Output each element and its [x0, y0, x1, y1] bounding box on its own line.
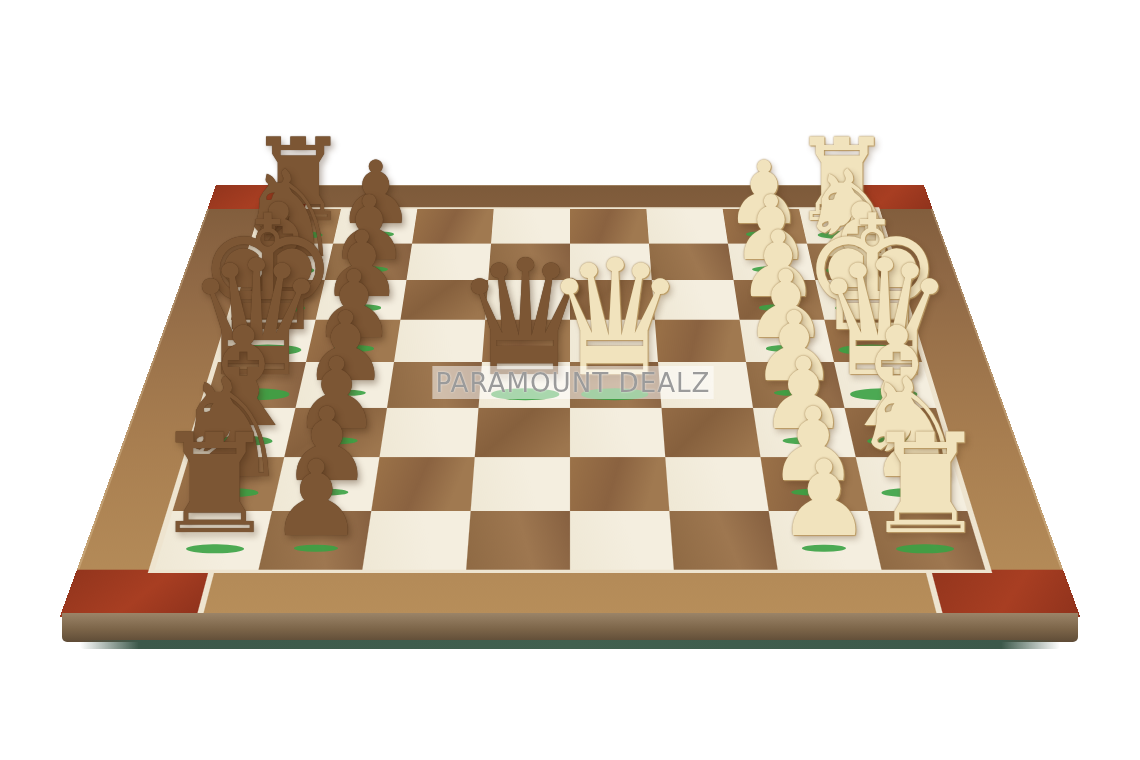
square-g2: [728, 244, 815, 281]
square-g6: [406, 244, 491, 281]
square-g3: [649, 244, 734, 281]
square-g5: [488, 244, 570, 281]
square-e4: [570, 320, 658, 362]
square-h3: [646, 209, 728, 243]
square-f4: [570, 280, 655, 319]
board-base-felt: [80, 640, 1060, 649]
square-b1: [856, 457, 968, 511]
board-corner-accent-bottom-left: [60, 570, 215, 618]
product-photo-scene: ♜♟♜♟♞♟♞♟♝♟♝♟♚♟♚♟♛♟♛♛♛♟♝♟♝♟♞♟♞♟♜♟♜♟ PARAM…: [0, 0, 1140, 760]
square-g8: [243, 244, 333, 281]
square-a2: [769, 511, 882, 570]
square-g4: [570, 244, 652, 281]
square-f6: [400, 280, 488, 319]
square-c8: [189, 408, 296, 458]
square-a1: [868, 511, 985, 570]
square-d2: [746, 362, 844, 408]
square-a8: [155, 511, 272, 570]
square-h1: [799, 209, 886, 243]
square-a6: [362, 511, 470, 570]
square-f1: [815, 280, 909, 319]
square-h2: [723, 209, 807, 243]
chess-board: [60, 185, 1081, 617]
square-a3: [669, 511, 777, 570]
square-h7: [333, 209, 417, 243]
square-b2: [761, 457, 869, 511]
square-b3: [665, 457, 768, 511]
square-a5: [466, 511, 570, 570]
square-h4: [570, 209, 649, 243]
square-e8: [218, 320, 316, 362]
square-f5: [485, 280, 570, 319]
square-f2: [734, 280, 825, 319]
square-b6: [371, 457, 474, 511]
board-playing-area: [155, 209, 986, 569]
square-f7: [316, 280, 407, 319]
board-corner-accent-bottom-right: [925, 570, 1080, 618]
square-c6: [379, 408, 478, 458]
square-d5: [479, 362, 570, 408]
square-e7: [306, 320, 400, 362]
square-g7: [325, 244, 412, 281]
square-e2: [740, 320, 834, 362]
square-d4: [570, 362, 661, 408]
square-a4: [570, 511, 674, 570]
square-a7: [259, 511, 372, 570]
square-f3: [652, 280, 740, 319]
square-e1: [824, 320, 922, 362]
square-h5: [491, 209, 570, 243]
square-g1: [807, 244, 897, 281]
square-c1: [844, 408, 951, 458]
square-e3: [655, 320, 746, 362]
square-d3: [658, 362, 753, 408]
square-e5: [482, 320, 570, 362]
square-b7: [272, 457, 380, 511]
square-f8: [231, 280, 325, 319]
square-c3: [661, 408, 760, 458]
board-corner-accent-top-right: [825, 185, 933, 209]
square-c7: [284, 408, 387, 458]
square-b8: [173, 457, 285, 511]
square-c4: [570, 408, 665, 458]
square-h8: [254, 209, 341, 243]
board-corner-accent-top-left: [207, 185, 315, 209]
square-d7: [296, 362, 394, 408]
square-d6: [387, 362, 482, 408]
square-h6: [412, 209, 494, 243]
square-b5: [471, 457, 570, 511]
square-c5: [475, 408, 570, 458]
square-c2: [753, 408, 856, 458]
square-b4: [570, 457, 669, 511]
board-front-edge: [62, 613, 1078, 642]
square-e6: [394, 320, 485, 362]
square-d1: [834, 362, 936, 408]
square-d8: [204, 362, 306, 408]
chess-scene: ♜♟♜♟♞♟♞♟♝♟♝♟♚♟♚♟♛♟♛♛♛♟♝♟♝♟♞♟♞♟♜♟♜♟ PARAM…: [0, 0, 1140, 760]
